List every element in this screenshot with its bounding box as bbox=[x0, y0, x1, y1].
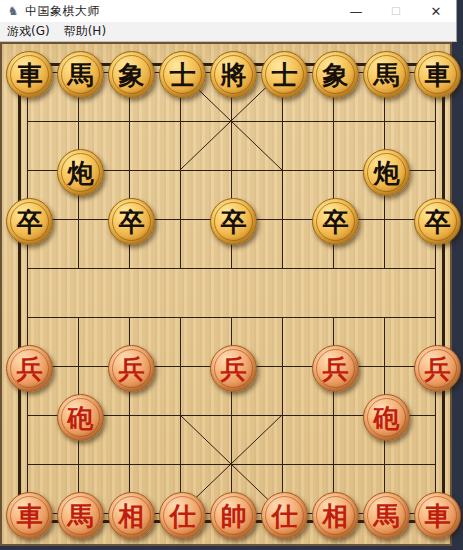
board-point[interactable]: 卒 bbox=[412, 197, 463, 246]
board-point[interactable]: 卒 bbox=[208, 197, 259, 246]
piece-black-p[interactable]: 卒 bbox=[414, 198, 461, 245]
board-point[interactable]: 車 bbox=[4, 50, 55, 99]
board-point[interactable] bbox=[412, 442, 463, 491]
board-point[interactable] bbox=[208, 295, 259, 344]
piece-red-a[interactable]: 仕 bbox=[159, 492, 206, 539]
board-point[interactable]: 兵 bbox=[208, 344, 259, 393]
board-point[interactable] bbox=[106, 99, 157, 148]
board-point[interactable] bbox=[157, 442, 208, 491]
board-point[interactable]: 兵 bbox=[412, 344, 463, 393]
board-point[interactable] bbox=[106, 246, 157, 295]
board-point[interactable]: 相 bbox=[106, 491, 157, 540]
board-point[interactable]: 仕 bbox=[157, 491, 208, 540]
board-point[interactable]: 兵 bbox=[310, 344, 361, 393]
board-point[interactable]: 馬 bbox=[55, 50, 106, 99]
board-point[interactable] bbox=[157, 148, 208, 197]
board-point[interactable] bbox=[208, 246, 259, 295]
board-point[interactable] bbox=[157, 246, 208, 295]
board-point[interactable]: 帥 bbox=[208, 491, 259, 540]
board-point[interactable] bbox=[55, 246, 106, 295]
board-point[interactable] bbox=[259, 344, 310, 393]
piece-red-c[interactable]: 砲 bbox=[57, 394, 104, 441]
board-point[interactable]: 兵 bbox=[4, 344, 55, 393]
piece-red-p[interactable]: 兵 bbox=[312, 345, 359, 392]
close-button[interactable]: ✕ bbox=[416, 0, 456, 22]
board-point[interactable] bbox=[412, 295, 463, 344]
piece-black-a[interactable]: 士 bbox=[261, 51, 308, 98]
board-point[interactable]: 象 bbox=[106, 50, 157, 99]
maximize-button[interactable]: ☐ bbox=[376, 0, 416, 22]
board-point[interactable]: 卒 bbox=[106, 197, 157, 246]
xiangqi-board: 車馬象士將士象馬車炮炮卒卒卒卒卒兵兵兵兵兵砲砲車馬相仕帥仕相馬車 bbox=[0, 42, 452, 546]
window-title: 中国象棋大师 bbox=[25, 3, 100, 20]
board-point[interactable]: 馬 bbox=[55, 491, 106, 540]
board-point[interactable]: 士 bbox=[259, 50, 310, 99]
board-point[interactable] bbox=[208, 148, 259, 197]
piece-black-b[interactable]: 象 bbox=[312, 51, 359, 98]
board-point[interactable] bbox=[310, 246, 361, 295]
board-point[interactable] bbox=[361, 197, 412, 246]
board-point[interactable] bbox=[361, 246, 412, 295]
board-point[interactable] bbox=[4, 246, 55, 295]
piece-black-n[interactable]: 馬 bbox=[57, 51, 104, 98]
board-point[interactable] bbox=[55, 344, 106, 393]
piece-red-b[interactable]: 相 bbox=[312, 492, 359, 539]
board-point[interactable]: 將 bbox=[208, 50, 259, 99]
board-point[interactable] bbox=[412, 99, 463, 148]
board-point[interactable]: 車 bbox=[4, 491, 55, 540]
board-point[interactable] bbox=[361, 295, 412, 344]
menu-bar: 游戏(G) 帮助(H) bbox=[0, 22, 457, 42]
board-point[interactable] bbox=[4, 99, 55, 148]
board-point[interactable] bbox=[106, 148, 157, 197]
piece-black-p[interactable]: 卒 bbox=[210, 198, 257, 245]
board-point[interactable]: 相 bbox=[310, 491, 361, 540]
board-point[interactable] bbox=[208, 99, 259, 148]
board-point[interactable]: 馬 bbox=[361, 491, 412, 540]
board-point[interactable] bbox=[259, 197, 310, 246]
board-point[interactable] bbox=[361, 99, 412, 148]
board-point[interactable]: 炮 bbox=[55, 148, 106, 197]
piece-red-p[interactable]: 兵 bbox=[414, 345, 461, 392]
board-point[interactable] bbox=[4, 393, 55, 442]
board-point[interactable] bbox=[55, 99, 106, 148]
board-point[interactable] bbox=[259, 295, 310, 344]
piece-red-r[interactable]: 車 bbox=[6, 492, 53, 539]
board-point[interactable] bbox=[4, 442, 55, 491]
board-point[interactable] bbox=[259, 148, 310, 197]
piece-red-k[interactable]: 帥 bbox=[210, 492, 257, 539]
piece-black-p[interactable]: 卒 bbox=[108, 198, 155, 245]
board-point[interactable] bbox=[106, 393, 157, 442]
piece-red-p[interactable]: 兵 bbox=[108, 345, 155, 392]
board-point[interactable]: 車 bbox=[412, 491, 463, 540]
board-point[interactable] bbox=[412, 246, 463, 295]
board-point[interactable]: 砲 bbox=[55, 393, 106, 442]
menu-item-game[interactable]: 游戏(G) bbox=[0, 23, 57, 40]
piece-red-p[interactable]: 兵 bbox=[210, 345, 257, 392]
board-point[interactable] bbox=[259, 99, 310, 148]
piece-black-r[interactable]: 車 bbox=[414, 51, 461, 98]
board-point[interactable]: 象 bbox=[310, 50, 361, 99]
board-point[interactable]: 馬 bbox=[361, 50, 412, 99]
piece-red-n[interactable]: 馬 bbox=[363, 492, 410, 539]
piece-black-c[interactable]: 炮 bbox=[57, 149, 104, 196]
board-point[interactable]: 仕 bbox=[259, 491, 310, 540]
piece-black-k[interactable]: 將 bbox=[210, 51, 257, 98]
board-point[interactable] bbox=[412, 393, 463, 442]
title-bar: ♞ 中国象棋大师 — ☐ ✕ bbox=[0, 0, 457, 22]
board-point[interactable] bbox=[412, 148, 463, 197]
board-point[interactable]: 炮 bbox=[361, 148, 412, 197]
app-window: ♞ 中国象棋大师 — ☐ ✕ 游戏(G) 帮助(H) bbox=[0, 0, 463, 550]
board-point[interactable] bbox=[4, 295, 55, 344]
board-point[interactable]: 砲 bbox=[361, 393, 412, 442]
board-point[interactable] bbox=[208, 442, 259, 491]
board-point[interactable] bbox=[157, 344, 208, 393]
piece-red-r[interactable]: 車 bbox=[414, 492, 461, 539]
piece-black-a[interactable]: 士 bbox=[159, 51, 206, 98]
piece-red-a[interactable]: 仕 bbox=[261, 492, 308, 539]
piece-red-n[interactable]: 馬 bbox=[57, 492, 104, 539]
board-point[interactable] bbox=[310, 148, 361, 197]
board-point[interactable] bbox=[361, 442, 412, 491]
board-point[interactable] bbox=[4, 148, 55, 197]
board-point[interactable] bbox=[259, 442, 310, 491]
board-point[interactable] bbox=[55, 442, 106, 491]
board-point[interactable]: 兵 bbox=[106, 344, 157, 393]
board-point[interactable] bbox=[157, 197, 208, 246]
app-icon: ♞ bbox=[6, 4, 20, 18]
board-point[interactable] bbox=[55, 197, 106, 246]
piece-black-p[interactable]: 卒 bbox=[6, 198, 53, 245]
board-point[interactable] bbox=[361, 344, 412, 393]
board-point[interactable] bbox=[310, 442, 361, 491]
board-point[interactable] bbox=[208, 393, 259, 442]
board-point[interactable] bbox=[310, 295, 361, 344]
board-point[interactable]: 士 bbox=[157, 50, 208, 99]
board-point[interactable] bbox=[259, 246, 310, 295]
piece-black-r[interactable]: 車 bbox=[6, 51, 53, 98]
board-point[interactable] bbox=[157, 295, 208, 344]
menu-item-help[interactable]: 帮助(H) bbox=[57, 23, 113, 40]
piece-black-p[interactable]: 卒 bbox=[312, 198, 359, 245]
piece-red-p[interactable]: 兵 bbox=[6, 345, 53, 392]
minimize-button[interactable]: — bbox=[336, 0, 376, 22]
board-point[interactable] bbox=[157, 99, 208, 148]
board-point[interactable] bbox=[106, 295, 157, 344]
piece-black-n[interactable]: 馬 bbox=[363, 51, 410, 98]
board-point[interactable] bbox=[157, 393, 208, 442]
board-point[interactable] bbox=[55, 295, 106, 344]
piece-black-b[interactable]: 象 bbox=[108, 51, 155, 98]
board-point[interactable]: 車 bbox=[412, 50, 463, 99]
board-point[interactable] bbox=[106, 442, 157, 491]
board-point[interactable]: 卒 bbox=[4, 197, 55, 246]
board-point[interactable] bbox=[310, 393, 361, 442]
board-grid: 車馬象士將士象馬車炮炮卒卒卒卒卒兵兵兵兵兵砲砲車馬相仕帥仕相馬車 bbox=[4, 50, 463, 540]
piece-red-b[interactable]: 相 bbox=[108, 492, 155, 539]
board-point[interactable]: 卒 bbox=[310, 197, 361, 246]
piece-red-c[interactable]: 砲 bbox=[363, 394, 410, 441]
piece-black-c[interactable]: 炮 bbox=[363, 149, 410, 196]
board-point[interactable] bbox=[259, 393, 310, 442]
board-point[interactable] bbox=[310, 99, 361, 148]
